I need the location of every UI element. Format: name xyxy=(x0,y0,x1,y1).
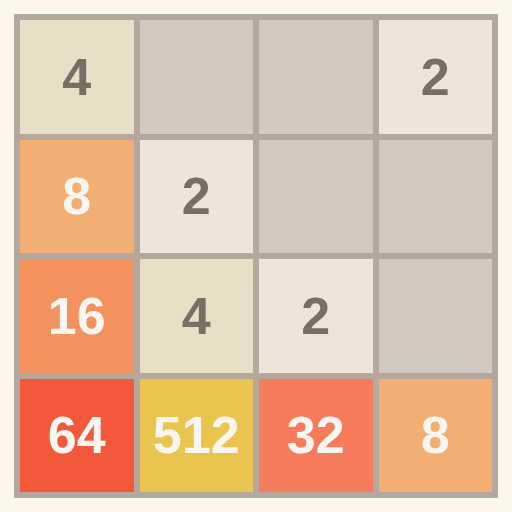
tile-512: 512 xyxy=(140,379,254,493)
empty-cell xyxy=(140,20,254,134)
empty-cell xyxy=(259,20,373,134)
tile-8: 8 xyxy=(20,140,134,254)
tile-32: 32 xyxy=(259,379,373,493)
tile-2: 2 xyxy=(379,20,493,134)
tile-8: 8 xyxy=(379,379,493,493)
board-2048[interactable]: 4282164264512328 xyxy=(14,14,498,498)
tile-64: 64 xyxy=(20,379,134,493)
tile-2: 2 xyxy=(259,259,373,373)
empty-cell xyxy=(379,140,493,254)
tile-2: 2 xyxy=(140,140,254,254)
tile-16: 16 xyxy=(20,259,134,373)
tile-4: 4 xyxy=(20,20,134,134)
empty-cell xyxy=(259,140,373,254)
empty-cell xyxy=(379,259,493,373)
tile-4: 4 xyxy=(140,259,254,373)
